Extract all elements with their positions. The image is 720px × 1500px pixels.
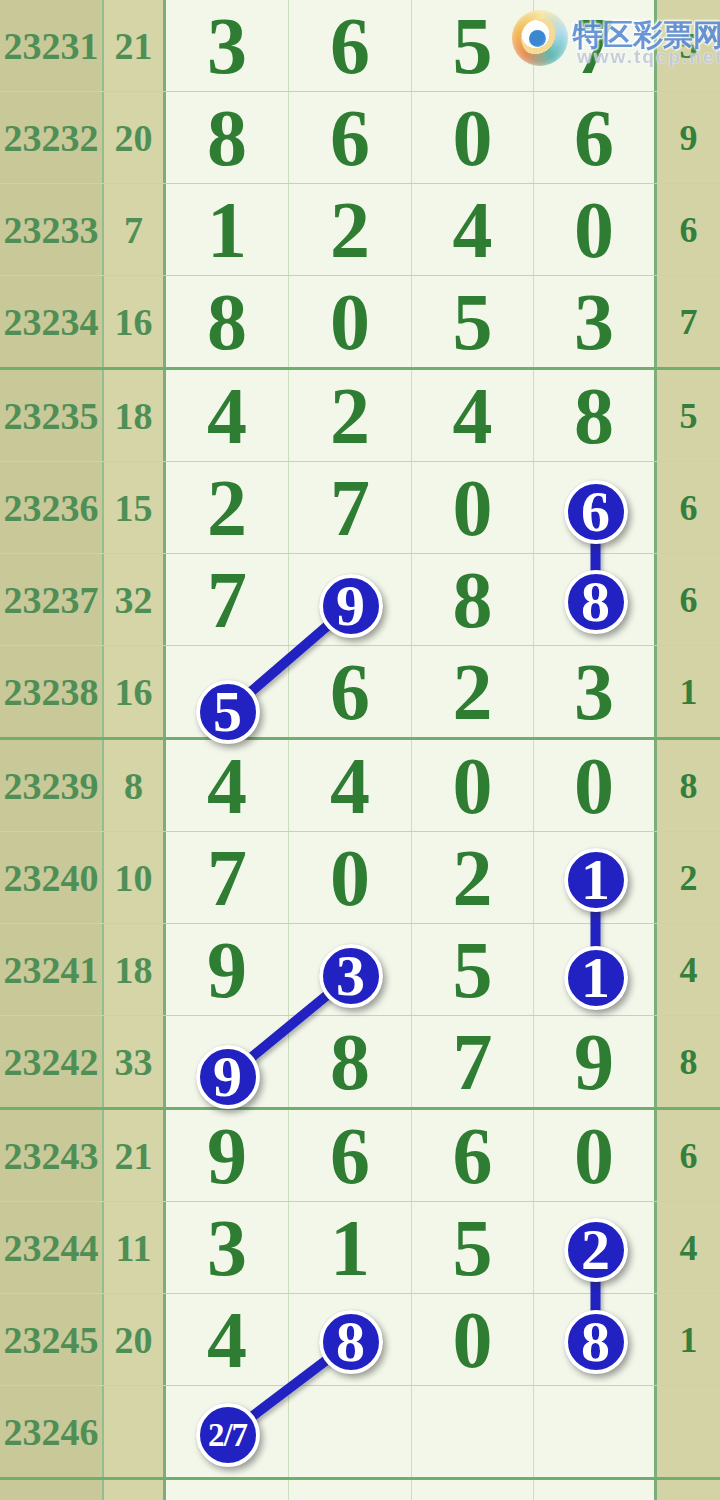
period-cell: 23241 bbox=[0, 924, 104, 1015]
picked-number-circle: 8 bbox=[564, 1310, 628, 1374]
sum-cell: 11 bbox=[104, 1202, 166, 1293]
site-url: www.tqcp.net bbox=[577, 46, 720, 68]
period-cell: 23236 bbox=[0, 462, 104, 553]
sum-cell: 21 bbox=[104, 0, 166, 91]
tail-cell: 6 bbox=[657, 1110, 720, 1201]
digit-cell: 6 bbox=[289, 0, 412, 91]
picked-number-circle: 1 bbox=[564, 946, 628, 1010]
digit-cell: 6 bbox=[289, 646, 412, 737]
draw-row-23233: 23233712406 bbox=[0, 184, 720, 276]
sum-cell: 16 bbox=[104, 276, 166, 367]
digit-cell: 3 bbox=[534, 276, 657, 367]
logo-swirl-icon bbox=[512, 10, 568, 66]
tail-cell: 7 bbox=[657, 276, 720, 367]
picked-number-circle: 8 bbox=[319, 1310, 383, 1374]
digit-cell: 0 bbox=[412, 92, 534, 183]
period-cell: 23232 bbox=[0, 92, 104, 183]
empty-cell bbox=[0, 1480, 104, 1500]
sum-cell: 10 bbox=[104, 832, 166, 923]
digit-cell: 9 bbox=[534, 1016, 657, 1107]
sum-cell: 8 bbox=[104, 740, 166, 831]
partial-next-row bbox=[0, 1480, 720, 1500]
tail-cell: 6 bbox=[657, 184, 720, 275]
digit-cell: 2 bbox=[412, 646, 534, 737]
period-cell: 23234 bbox=[0, 276, 104, 367]
draw-row-23234: 232341680537 bbox=[0, 276, 720, 370]
draw-row-23232: 232322086069 bbox=[0, 92, 720, 184]
digit-cell bbox=[534, 1386, 657, 1477]
digit-cell: 4 bbox=[166, 740, 289, 831]
draw-row-23238: 23238166231 bbox=[0, 646, 720, 740]
sum-cell: 21 bbox=[104, 1110, 166, 1201]
digit-cell: 0 bbox=[412, 740, 534, 831]
tail-cell: 4 bbox=[657, 1202, 720, 1293]
digit-cell: 4 bbox=[166, 370, 289, 461]
digit-cell: 4 bbox=[289, 740, 412, 831]
picked-number-circle: 1 bbox=[564, 848, 628, 912]
period-cell: 23242 bbox=[0, 1016, 104, 1107]
digit-cell: 2 bbox=[289, 184, 412, 275]
picked-number-circle: 3 bbox=[319, 944, 383, 1008]
sum-cell: 15 bbox=[104, 462, 166, 553]
digit-cell: 6 bbox=[534, 92, 657, 183]
digit-cell: 0 bbox=[412, 462, 534, 553]
digit-cell: 5 bbox=[412, 1202, 534, 1293]
empty-cell bbox=[534, 1480, 657, 1500]
digit-cell bbox=[289, 1386, 412, 1477]
empty-cell bbox=[412, 1480, 534, 1500]
sum-cell: 16 bbox=[104, 646, 166, 737]
digit-cell: 7 bbox=[166, 554, 289, 645]
digit-cell bbox=[412, 1386, 534, 1477]
digit-cell: 2 bbox=[166, 462, 289, 553]
period-cell: 23244 bbox=[0, 1202, 104, 1293]
digit-cell: 8 bbox=[166, 276, 289, 367]
digit-cell: 6 bbox=[289, 92, 412, 183]
draw-row-23239: 23239844008 bbox=[0, 740, 720, 832]
sum-cell: 7 bbox=[104, 184, 166, 275]
sum-cell: 18 bbox=[104, 924, 166, 1015]
tail-cell: 5 bbox=[657, 370, 720, 461]
digit-cell: 6 bbox=[289, 1110, 412, 1201]
site-logo[interactable]: 特区彩票网 www.tqcp.net bbox=[505, 0, 720, 80]
digit-cell: 2 bbox=[412, 832, 534, 923]
digit-cell: 4 bbox=[412, 370, 534, 461]
picked-number-circle: 2/7 bbox=[196, 1403, 260, 1467]
period-cell: 23235 bbox=[0, 370, 104, 461]
picked-number-circle: 6 bbox=[564, 480, 628, 544]
sum-cell bbox=[104, 1386, 166, 1477]
picked-number-circle: 5 bbox=[196, 680, 260, 744]
tail-cell: 2 bbox=[657, 832, 720, 923]
digit-cell: 0 bbox=[289, 832, 412, 923]
tail-cell: 4 bbox=[657, 924, 720, 1015]
digit-cell: 0 bbox=[289, 276, 412, 367]
tail-cell: 8 bbox=[657, 740, 720, 831]
digit-cell: 5 bbox=[412, 924, 534, 1015]
period-cell: 23233 bbox=[0, 184, 104, 275]
digit-cell: 8 bbox=[289, 1016, 412, 1107]
picked-number-circle: 9 bbox=[196, 1045, 260, 1109]
digit-cell: 7 bbox=[289, 462, 412, 553]
period-cell: 23237 bbox=[0, 554, 104, 645]
digit-cell: 3 bbox=[166, 0, 289, 91]
empty-cell bbox=[289, 1480, 412, 1500]
tail-cell: 8 bbox=[657, 1016, 720, 1107]
digit-cell: 0 bbox=[534, 1110, 657, 1201]
empty-cell bbox=[657, 1480, 720, 1500]
digit-cell: 9 bbox=[166, 1110, 289, 1201]
period-cell: 23231 bbox=[0, 0, 104, 91]
digit-cell: 0 bbox=[412, 1294, 534, 1385]
draw-row-23235: 232351842485 bbox=[0, 370, 720, 462]
digit-cell: 1 bbox=[166, 184, 289, 275]
tail-cell bbox=[657, 1386, 720, 1477]
tail-cell: 1 bbox=[657, 646, 720, 737]
tail-cell: 9 bbox=[657, 92, 720, 183]
digit-cell: 4 bbox=[412, 184, 534, 275]
period-cell: 23246 bbox=[0, 1386, 104, 1477]
draw-row-23243: 232432196606 bbox=[0, 1110, 720, 1202]
digit-cell: 0 bbox=[534, 740, 657, 831]
picked-number-circle: 8 bbox=[564, 570, 628, 634]
digit-cell: 7 bbox=[412, 1016, 534, 1107]
sum-cell: 20 bbox=[104, 1294, 166, 1385]
digit-cell: 8 bbox=[534, 370, 657, 461]
sum-cell: 33 bbox=[104, 1016, 166, 1107]
digit-cell: 7 bbox=[166, 832, 289, 923]
digit-cell: 8 bbox=[166, 92, 289, 183]
period-cell: 23238 bbox=[0, 646, 104, 737]
empty-cell bbox=[104, 1480, 166, 1500]
period-cell: 23239 bbox=[0, 740, 104, 831]
empty-cell bbox=[166, 1480, 289, 1500]
period-cell: 23243 bbox=[0, 1110, 104, 1201]
lottery-trend-chart: 2323121365752323220860692323371240623234… bbox=[0, 0, 720, 1500]
digit-cell: 8 bbox=[412, 554, 534, 645]
picked-number-circle: 9 bbox=[319, 574, 383, 638]
sum-cell: 18 bbox=[104, 370, 166, 461]
tail-cell: 6 bbox=[657, 462, 720, 553]
sum-cell: 32 bbox=[104, 554, 166, 645]
digit-cell: 0 bbox=[534, 184, 657, 275]
digit-cell: 1 bbox=[289, 1202, 412, 1293]
digit-cell: 6 bbox=[412, 1110, 534, 1201]
draw-row-23246: 23246 bbox=[0, 1386, 720, 1480]
digit-cell: 5 bbox=[412, 276, 534, 367]
tail-cell: 6 bbox=[657, 554, 720, 645]
sum-cell: 20 bbox=[104, 92, 166, 183]
picked-number-circle: 2 bbox=[564, 1218, 628, 1282]
digit-cell: 3 bbox=[166, 1202, 289, 1293]
draw-row-23242: 23242338798 bbox=[0, 1016, 720, 1110]
digit-cell: 4 bbox=[166, 1294, 289, 1385]
digit-cell: 3 bbox=[534, 646, 657, 737]
tail-cell: 1 bbox=[657, 1294, 720, 1385]
period-cell: 23245 bbox=[0, 1294, 104, 1385]
digit-cell: 2 bbox=[289, 370, 412, 461]
period-cell: 23240 bbox=[0, 832, 104, 923]
digit-cell: 9 bbox=[166, 924, 289, 1015]
